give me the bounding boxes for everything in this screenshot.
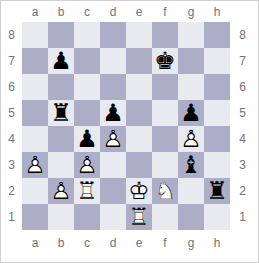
square-a1[interactable] bbox=[22, 204, 48, 230]
file-label-bottom-d: d bbox=[100, 230, 126, 262]
square-d2[interactable] bbox=[100, 178, 126, 204]
file-label-bottom-a: a bbox=[22, 230, 48, 262]
square-f3[interactable] bbox=[152, 152, 178, 178]
board-corner-bottom-left bbox=[1, 230, 22, 262]
square-e7[interactable] bbox=[126, 48, 152, 74]
rank-label-right-7: 7 bbox=[230, 48, 255, 74]
white-pawn-piece: ♙ bbox=[178, 126, 204, 152]
black-bishop-piece: ♝ bbox=[178, 152, 204, 178]
file-label-bottom-e: e bbox=[126, 230, 152, 262]
file-label-top-h: h bbox=[204, 1, 230, 22]
square-d6[interactable] bbox=[100, 74, 126, 100]
rank-label-left-4: 4 bbox=[1, 126, 22, 152]
square-f1[interactable] bbox=[152, 204, 178, 230]
square-d5[interactable]: ♟ bbox=[100, 100, 126, 126]
square-b2[interactable]: ♟♙ bbox=[48, 178, 74, 204]
board-corner-top-right bbox=[230, 1, 255, 22]
rank-label-right-3: 3 bbox=[230, 152, 255, 178]
square-a5[interactable] bbox=[22, 100, 48, 126]
black-pawn-piece: ♟ bbox=[100, 100, 126, 126]
square-g1[interactable] bbox=[178, 204, 204, 230]
square-h4[interactable] bbox=[204, 126, 230, 152]
square-f8[interactable] bbox=[152, 22, 178, 48]
square-c4[interactable]: ♟ bbox=[74, 126, 100, 152]
black-pawn-piece: ♟ bbox=[74, 126, 100, 152]
file-label-top-e: e bbox=[126, 1, 152, 22]
square-b8[interactable] bbox=[48, 22, 74, 48]
white-king-piece: ♔ bbox=[126, 178, 152, 204]
square-d7[interactable] bbox=[100, 48, 126, 74]
square-h2[interactable]: ♜ bbox=[204, 178, 230, 204]
square-e5[interactable] bbox=[126, 100, 152, 126]
square-f6[interactable] bbox=[152, 74, 178, 100]
white-pawn-piece-fill: ♟ bbox=[22, 152, 48, 178]
square-g2[interactable] bbox=[178, 178, 204, 204]
square-g3[interactable]: ♝ bbox=[178, 152, 204, 178]
square-g8[interactable] bbox=[178, 22, 204, 48]
rank-label-right-6: 6 bbox=[230, 74, 255, 100]
square-b7[interactable]: ♟ bbox=[48, 48, 74, 74]
white-rook-piece-fill: ♜ bbox=[74, 178, 100, 204]
rank-label-left-8: 8 bbox=[1, 22, 22, 48]
square-c5[interactable] bbox=[74, 100, 100, 126]
square-c7[interactable] bbox=[74, 48, 100, 74]
square-h5[interactable] bbox=[204, 100, 230, 126]
square-g6[interactable] bbox=[178, 74, 204, 100]
square-g7[interactable] bbox=[178, 48, 204, 74]
rank-label-right-5: 5 bbox=[230, 100, 255, 126]
square-a6[interactable] bbox=[22, 74, 48, 100]
white-knight-piece-fill: ♞ bbox=[152, 178, 178, 204]
square-c8[interactable] bbox=[74, 22, 100, 48]
square-e3[interactable] bbox=[126, 152, 152, 178]
square-h6[interactable] bbox=[204, 74, 230, 100]
rank-label-right-1: 1 bbox=[230, 204, 255, 230]
file-label-bottom-f: f bbox=[152, 230, 178, 262]
black-rook-piece: ♜ bbox=[204, 178, 230, 204]
file-label-bottom-h: h bbox=[204, 230, 230, 262]
white-pawn-piece-fill: ♟ bbox=[48, 178, 74, 204]
square-b1[interactable] bbox=[48, 204, 74, 230]
square-d4[interactable]: ♟♙ bbox=[100, 126, 126, 152]
file-label-top-a: a bbox=[22, 1, 48, 22]
square-d1[interactable] bbox=[100, 204, 126, 230]
chess-board: abcdefgh887♟♚7665♜♟♟54♟♟♙♟♙43♟♙♟♙♝32♟♙♜♖… bbox=[1, 1, 258, 262]
white-pawn-piece-fill: ♟ bbox=[178, 126, 204, 152]
square-a8[interactable] bbox=[22, 22, 48, 48]
square-h7[interactable] bbox=[204, 48, 230, 74]
white-pawn-piece-fill: ♟ bbox=[100, 126, 126, 152]
square-c1[interactable] bbox=[74, 204, 100, 230]
square-f5[interactable] bbox=[152, 100, 178, 126]
white-knight-piece: ♘ bbox=[152, 178, 178, 204]
file-label-top-c: c bbox=[74, 1, 100, 22]
square-c2[interactable]: ♜♖ bbox=[74, 178, 100, 204]
file-label-top-f: f bbox=[152, 1, 178, 22]
square-d3[interactable] bbox=[100, 152, 126, 178]
rank-label-right-2: 2 bbox=[230, 178, 255, 204]
square-f2[interactable]: ♞♘ bbox=[152, 178, 178, 204]
square-h3[interactable] bbox=[204, 152, 230, 178]
white-pawn-piece: ♙ bbox=[74, 152, 100, 178]
file-label-bottom-g: g bbox=[178, 230, 204, 262]
black-pawn-piece: ♟ bbox=[178, 100, 204, 126]
chess-board-frame: abcdefgh887♟♚7665♜♟♟54♟♟♙♟♙43♟♙♟♙♝32♟♙♜♖… bbox=[0, 0, 259, 263]
square-c6[interactable] bbox=[74, 74, 100, 100]
white-rook-piece: ♖ bbox=[74, 178, 100, 204]
square-g4[interactable]: ♟♙ bbox=[178, 126, 204, 152]
black-pawn-piece: ♟ bbox=[48, 48, 74, 74]
board-corner-top-left bbox=[1, 1, 22, 22]
square-e8[interactable] bbox=[126, 22, 152, 48]
white-pawn-piece-fill: ♟ bbox=[74, 152, 100, 178]
file-label-top-g: g bbox=[178, 1, 204, 22]
square-a7[interactable] bbox=[22, 48, 48, 74]
square-b5[interactable]: ♜ bbox=[48, 100, 74, 126]
white-pawn-piece: ♙ bbox=[100, 126, 126, 152]
rank-label-right-8: 8 bbox=[230, 22, 255, 48]
white-rook-piece: ♖ bbox=[126, 204, 152, 230]
file-label-top-d: d bbox=[100, 1, 126, 22]
square-e1[interactable]: ♜♖ bbox=[126, 204, 152, 230]
square-e2[interactable]: ♚♔ bbox=[126, 178, 152, 204]
rank-label-left-1: 1 bbox=[1, 204, 22, 230]
square-e6[interactable] bbox=[126, 74, 152, 100]
file-label-top-b: b bbox=[48, 1, 74, 22]
white-rook-piece-fill: ♜ bbox=[126, 204, 152, 230]
square-b4[interactable] bbox=[48, 126, 74, 152]
white-king-piece-fill: ♚ bbox=[126, 178, 152, 204]
rank-label-left-2: 2 bbox=[1, 178, 22, 204]
square-f4[interactable] bbox=[152, 126, 178, 152]
square-h1[interactable] bbox=[204, 204, 230, 230]
square-a4[interactable] bbox=[22, 126, 48, 152]
square-a3[interactable]: ♟♙ bbox=[22, 152, 48, 178]
square-h8[interactable] bbox=[204, 22, 230, 48]
square-c3[interactable]: ♟♙ bbox=[74, 152, 100, 178]
square-g5[interactable]: ♟ bbox=[178, 100, 204, 126]
board-corner-bottom-right bbox=[230, 230, 255, 262]
file-label-bottom-c: c bbox=[74, 230, 100, 262]
rank-label-left-6: 6 bbox=[1, 74, 22, 100]
rank-label-right-4: 4 bbox=[230, 126, 255, 152]
black-king-piece: ♚ bbox=[152, 48, 178, 74]
rank-label-left-5: 5 bbox=[1, 100, 22, 126]
square-b3[interactable] bbox=[48, 152, 74, 178]
black-rook-piece: ♜ bbox=[48, 100, 74, 126]
white-pawn-piece: ♙ bbox=[22, 152, 48, 178]
square-a2[interactable] bbox=[22, 178, 48, 204]
file-label-bottom-b: b bbox=[48, 230, 74, 262]
square-b6[interactable] bbox=[48, 74, 74, 100]
rank-label-left-7: 7 bbox=[1, 48, 22, 74]
rank-label-left-3: 3 bbox=[1, 152, 22, 178]
square-f7[interactable]: ♚ bbox=[152, 48, 178, 74]
white-pawn-piece: ♙ bbox=[48, 178, 74, 204]
square-e4[interactable] bbox=[126, 126, 152, 152]
square-d8[interactable] bbox=[100, 22, 126, 48]
